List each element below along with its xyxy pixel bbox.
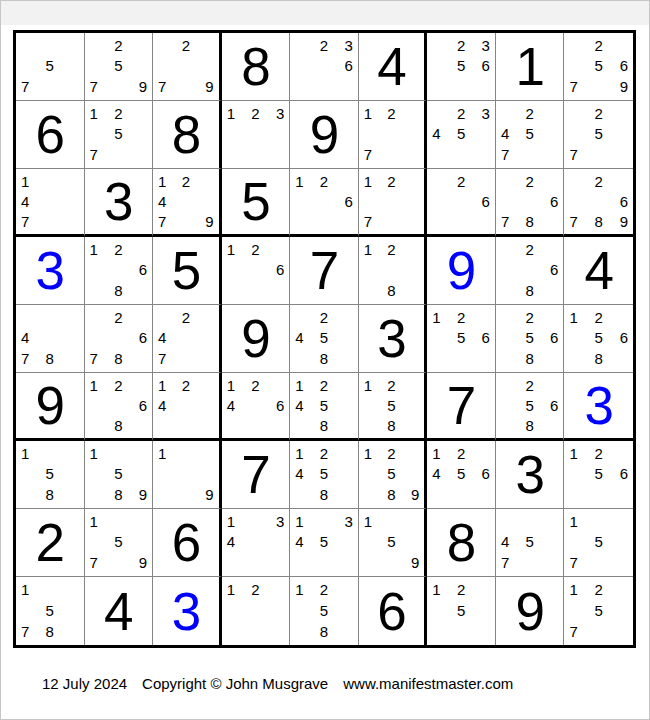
given-digit: 4 <box>104 585 132 638</box>
empty-candidate-slot <box>608 103 628 124</box>
candidate-5: 5 <box>109 124 128 145</box>
empty-candidate-slot <box>539 211 558 231</box>
empty-candidate-slot <box>401 443 420 464</box>
candidate-4: 4 <box>501 532 520 553</box>
cell-r4c3[interactable]: 5 <box>153 237 222 305</box>
empty-candidate-slot <box>364 484 383 505</box>
cell-r7c9[interactable]: 1256 <box>564 441 633 509</box>
given-digit: 8 <box>172 108 200 161</box>
empty-candidate-slot <box>21 307 40 328</box>
empty-candidate-slot <box>295 76 314 97</box>
cell-r3c9[interactable]: 26789 <box>564 169 633 237</box>
empty-candidate-slot <box>177 191 196 211</box>
cell-r2c3[interactable]: 8 <box>153 101 222 169</box>
empty-candidate-slot <box>520 511 539 532</box>
candidate-5: 5 <box>589 56 609 77</box>
candidate-4: 4 <box>158 328 177 349</box>
empty-candidate-slot <box>109 552 128 573</box>
candidate-2: 2 <box>520 239 539 260</box>
pencil-marks: 26789 <box>564 169 633 234</box>
cell-r9c7[interactable]: 125 <box>427 577 496 645</box>
empty-candidate-slot <box>227 144 246 165</box>
candidate-4: 4 <box>158 191 177 211</box>
candidate-6: 6 <box>539 260 558 281</box>
cell-r5c2[interactable]: 2678 <box>85 305 154 373</box>
cell-r7c2[interactable]: 1589 <box>85 441 154 509</box>
cell-r7c8[interactable]: 3 <box>496 441 565 509</box>
cell-r4c6[interactable]: 128 <box>359 237 428 305</box>
cell-r5c9[interactable]: 12568 <box>564 305 633 373</box>
empty-candidate-slot <box>501 171 520 191</box>
empty-candidate-slot <box>177 211 196 231</box>
cell-r1c1[interactable]: 57 <box>16 33 85 101</box>
candidate-2: 2 <box>520 307 539 328</box>
cell-r8c3[interactable]: 6 <box>153 509 222 577</box>
empty-candidate-slot <box>334 328 353 349</box>
empty-candidate-slot <box>471 144 490 165</box>
empty-candidate-slot <box>364 280 383 301</box>
empty-candidate-slot <box>608 484 628 505</box>
cell-r5c7[interactable]: 1256 <box>427 305 496 373</box>
cell-r7c3[interactable]: 19 <box>153 441 222 509</box>
cell-r9c3[interactable]: 3 <box>153 577 222 645</box>
empty-candidate-slot <box>501 375 520 395</box>
empty-candidate-slot <box>195 375 214 395</box>
empty-candidate-slot <box>432 348 451 369</box>
empty-candidate-slot <box>177 76 196 97</box>
cell-r9c9[interactable]: 1257 <box>564 577 633 645</box>
empty-candidate-slot <box>520 260 539 281</box>
candidate-1: 1 <box>21 171 40 191</box>
empty-candidate-slot <box>471 348 490 369</box>
candidate-5: 5 <box>314 600 333 621</box>
cell-r6c2[interactable]: 1268 <box>85 373 154 441</box>
empty-candidate-slot <box>59 328 78 349</box>
candidate-8: 8 <box>40 621 59 642</box>
cell-r2c4[interactable]: 123 <box>222 101 291 169</box>
candidate-9: 9 <box>195 211 214 231</box>
empty-candidate-slot <box>501 348 520 369</box>
empty-candidate-slot <box>158 484 177 505</box>
candidate-2: 2 <box>314 35 333 56</box>
empty-candidate-slot <box>295 484 314 505</box>
empty-candidate-slot <box>59 443 78 464</box>
cell-r4c1[interactable]: 3 <box>16 237 85 305</box>
candidate-7: 7 <box>569 621 589 642</box>
cell-r3c2[interactable]: 3 <box>85 169 154 237</box>
candidate-1: 1 <box>364 103 383 124</box>
given-digit: 9 <box>36 379 64 432</box>
cell-r7c5[interactable]: 12458 <box>290 441 359 509</box>
cell-r1c9[interactable]: 25679 <box>564 33 633 101</box>
footer: 12 July 2024 Copyright © John Musgrave w… <box>42 675 513 693</box>
empty-candidate-slot <box>401 211 420 231</box>
pencil-marks: 2457 <box>496 101 564 168</box>
empty-candidate-slot <box>608 144 628 165</box>
top-strip <box>1 1 649 25</box>
candidate-5: 5 <box>40 600 59 621</box>
cell-r1c8[interactable]: 1 <box>496 33 565 101</box>
cell-r6c1[interactable]: 9 <box>16 373 85 441</box>
cell-r6c5[interactable]: 12458 <box>290 373 359 441</box>
empty-candidate-slot <box>265 144 284 165</box>
candidate-5: 5 <box>314 328 333 349</box>
empty-candidate-slot <box>589 191 609 211</box>
empty-candidate-slot <box>334 415 353 435</box>
candidate-4: 4 <box>21 328 40 349</box>
cell-r5c8[interactable]: 2568 <box>496 305 565 373</box>
pencil-marks: 158 <box>16 441 84 508</box>
cell-r7c7[interactable]: 12456 <box>427 441 496 509</box>
candidate-5: 5 <box>452 328 471 349</box>
candidate-2: 2 <box>177 375 196 395</box>
empty-candidate-slot <box>314 76 333 97</box>
empty-candidate-slot <box>364 464 383 485</box>
cell-r2c8[interactable]: 2457 <box>496 101 565 169</box>
empty-candidate-slot <box>227 415 246 435</box>
pencil-marks: 1258 <box>290 577 358 645</box>
cell-r7c4[interactable]: 7 <box>222 441 291 509</box>
empty-candidate-slot <box>569 328 589 349</box>
empty-candidate-slot <box>569 103 589 124</box>
empty-candidate-slot <box>21 464 40 485</box>
cell-r5c6[interactable]: 3 <box>359 305 428 373</box>
candidate-1: 1 <box>227 103 246 124</box>
candidate-5: 5 <box>589 124 609 145</box>
cell-r9c5[interactable]: 1258 <box>290 577 359 645</box>
cell-r1c2[interactable]: 2579 <box>85 33 154 101</box>
candidate-6: 6 <box>265 395 284 415</box>
given-digit: 1 <box>515 40 543 93</box>
candidate-1: 1 <box>364 375 383 395</box>
cell-r4c4[interactable]: 126 <box>222 237 291 305</box>
pencil-marks: 268 <box>496 237 564 304</box>
empty-candidate-slot <box>90 260 109 281</box>
cell-r8c1[interactable]: 2 <box>16 509 85 577</box>
empty-candidate-slot <box>109 76 128 97</box>
cell-r9c1[interactable]: 1578 <box>16 577 85 645</box>
empty-candidate-slot <box>59 307 78 328</box>
cell-r6c8[interactable]: 2568 <box>496 373 565 441</box>
empty-candidate-slot <box>59 464 78 485</box>
cell-r1c7[interactable]: 2356 <box>427 33 496 101</box>
pencil-marks: 1345 <box>290 509 358 576</box>
given-digit: 5 <box>241 175 269 228</box>
cell-r5c4[interactable]: 9 <box>222 305 291 373</box>
cell-r4c5[interactable]: 7 <box>290 237 359 305</box>
empty-candidate-slot <box>501 511 520 532</box>
candidate-2: 2 <box>589 443 609 464</box>
pencil-marks: 159 <box>359 509 425 576</box>
given-digit: 5 <box>172 244 200 297</box>
empty-candidate-slot <box>401 239 420 260</box>
empty-candidate-slot <box>520 144 539 165</box>
empty-candidate-slot <box>539 552 558 573</box>
pencil-marks: 1589 <box>85 441 153 508</box>
pencil-marks: 2345 <box>427 101 495 168</box>
cell-r1c3[interactable]: 279 <box>153 33 222 101</box>
pencil-marks: 1578 <box>16 577 84 645</box>
empty-candidate-slot <box>364 415 383 435</box>
candidate-5: 5 <box>40 56 59 77</box>
candidate-1: 1 <box>227 511 246 532</box>
candidate-6: 6 <box>608 464 628 485</box>
cell-r2c7[interactable]: 2345 <box>427 101 496 169</box>
empty-candidate-slot <box>40 443 59 464</box>
pencil-marks: 236 <box>290 33 358 100</box>
cell-r5c5[interactable]: 2458 <box>290 305 359 373</box>
cell-r3c6[interactable]: 127 <box>359 169 428 237</box>
candidate-7: 7 <box>158 211 177 231</box>
pencil-marks: 147 <box>16 169 84 234</box>
empty-candidate-slot <box>246 621 265 642</box>
pencil-marks: 19 <box>153 441 219 508</box>
candidate-5: 5 <box>452 124 471 145</box>
empty-candidate-slot <box>21 600 40 621</box>
pencil-marks: 12479 <box>153 169 219 234</box>
empty-candidate-slot <box>569 191 589 211</box>
cell-r5c3[interactable]: 247 <box>153 305 222 373</box>
pencil-marks: 12458 <box>290 441 358 508</box>
candidate-2: 2 <box>452 103 471 124</box>
candidate-5: 5 <box>314 532 333 553</box>
candidate-2: 2 <box>452 443 471 464</box>
pencil-marks: 1268 <box>85 237 153 304</box>
cell-r6c7[interactable]: 7 <box>427 373 496 441</box>
cell-r4c8[interactable]: 268 <box>496 237 565 305</box>
empty-candidate-slot <box>382 260 401 281</box>
candidate-5: 5 <box>452 600 471 621</box>
candidate-9: 9 <box>128 76 147 97</box>
empty-candidate-slot <box>128 375 147 395</box>
candidate-5: 5 <box>520 532 539 553</box>
candidate-1: 1 <box>364 443 383 464</box>
empty-candidate-slot <box>177 328 196 349</box>
empty-candidate-slot <box>295 552 314 573</box>
cell-r9c4[interactable]: 12 <box>222 577 291 645</box>
empty-candidate-slot <box>501 280 520 301</box>
empty-candidate-slot <box>109 328 128 349</box>
empty-candidate-slot <box>246 144 265 165</box>
pencil-marks: 2678 <box>85 305 153 372</box>
cell-r3c7[interactable]: 26 <box>427 169 496 237</box>
empty-candidate-slot <box>364 191 383 211</box>
cell-r1c5[interactable]: 236 <box>290 33 359 101</box>
candidate-2: 2 <box>382 375 401 395</box>
candidate-2: 2 <box>382 443 401 464</box>
empty-candidate-slot <box>128 307 147 328</box>
cell-r1c6[interactable]: 4 <box>359 33 428 101</box>
candidate-6: 6 <box>334 191 353 211</box>
empty-candidate-slot <box>295 600 314 621</box>
cell-r2c2[interactable]: 1257 <box>85 101 154 169</box>
empty-candidate-slot <box>382 552 401 573</box>
given-digit: 3 <box>104 175 132 228</box>
cell-r2c5[interactable]: 9 <box>290 101 359 169</box>
empty-candidate-slot <box>501 103 520 124</box>
cell-r9c6[interactable]: 6 <box>359 577 428 645</box>
empty-candidate-slot <box>128 415 147 435</box>
cell-r4c9[interactable]: 4 <box>564 237 633 305</box>
empty-candidate-slot <box>295 211 314 231</box>
empty-candidate-slot <box>452 621 471 642</box>
cell-r2c1[interactable]: 6 <box>16 101 85 169</box>
empty-candidate-slot <box>177 443 196 464</box>
cell-r8c5[interactable]: 1345 <box>290 509 359 577</box>
candidate-1: 1 <box>569 307 589 328</box>
empty-candidate-slot <box>90 280 109 301</box>
empty-candidate-slot <box>246 552 265 573</box>
candidate-1: 1 <box>432 443 451 464</box>
cell-r7c1[interactable]: 158 <box>16 441 85 509</box>
candidate-2: 2 <box>452 307 471 328</box>
candidate-7: 7 <box>501 552 520 573</box>
empty-candidate-slot <box>471 600 490 621</box>
empty-candidate-slot <box>246 415 265 435</box>
candidate-8: 8 <box>314 415 333 435</box>
pencil-marks: 12 <box>222 577 290 645</box>
empty-candidate-slot <box>539 144 558 165</box>
candidate-5: 5 <box>40 464 59 485</box>
empty-candidate-slot <box>520 191 539 211</box>
empty-candidate-slot <box>608 35 628 56</box>
cell-r6c9[interactable]: 3 <box>564 373 633 441</box>
candidate-9: 9 <box>128 552 147 573</box>
cell-r8c8[interactable]: 457 <box>496 509 565 577</box>
empty-candidate-slot <box>40 328 59 349</box>
empty-candidate-slot <box>59 621 78 642</box>
cell-r4c7[interactable]: 9 <box>427 237 496 305</box>
pencil-marks: 257 <box>564 101 633 168</box>
candidate-1: 1 <box>295 579 314 600</box>
candidate-9: 9 <box>608 211 628 231</box>
given-digit: 7 <box>447 379 475 432</box>
cell-r9c2[interactable]: 4 <box>85 577 154 645</box>
cell-r3c3[interactable]: 12479 <box>153 169 222 237</box>
candidate-2: 2 <box>452 171 471 191</box>
empty-candidate-slot <box>21 56 40 77</box>
empty-candidate-slot <box>227 600 246 621</box>
empty-candidate-slot <box>432 144 451 165</box>
candidate-6: 6 <box>128 328 147 349</box>
empty-candidate-slot <box>227 621 246 642</box>
empty-candidate-slot <box>432 103 451 124</box>
given-digit: 4 <box>377 40 405 93</box>
candidate-8: 8 <box>109 415 128 435</box>
candidate-8: 8 <box>40 348 59 369</box>
cell-r9c8[interactable]: 9 <box>496 577 565 645</box>
candidate-1: 1 <box>295 443 314 464</box>
cell-r4c2[interactable]: 1268 <box>85 237 154 305</box>
cell-r8c6[interactable]: 159 <box>359 509 428 577</box>
cell-r3c4[interactable]: 5 <box>222 169 291 237</box>
candidate-5: 5 <box>589 600 609 621</box>
empty-candidate-slot <box>471 579 490 600</box>
candidate-4: 4 <box>432 464 451 485</box>
candidate-6: 6 <box>265 260 284 281</box>
empty-candidate-slot <box>246 124 265 145</box>
candidate-1: 1 <box>364 171 383 191</box>
empty-candidate-slot <box>501 328 520 349</box>
empty-candidate-slot <box>109 144 128 165</box>
empty-candidate-slot <box>314 511 333 532</box>
empty-candidate-slot <box>90 395 109 415</box>
cell-r3c8[interactable]: 2678 <box>496 169 565 237</box>
empty-candidate-slot <box>382 511 401 532</box>
empty-candidate-slot <box>539 280 558 301</box>
cell-r3c5[interactable]: 126 <box>290 169 359 237</box>
candidate-6: 6 <box>128 395 147 415</box>
empty-candidate-slot <box>364 552 383 573</box>
candidate-2: 2 <box>177 35 196 56</box>
empty-candidate-slot <box>589 484 609 505</box>
empty-candidate-slot <box>40 579 59 600</box>
pencil-marks: 25679 <box>564 33 633 100</box>
empty-candidate-slot <box>589 621 609 642</box>
empty-candidate-slot <box>195 395 214 415</box>
empty-candidate-slot <box>432 56 451 77</box>
candidate-8: 8 <box>589 211 609 231</box>
cell-r8c4[interactable]: 134 <box>222 509 291 577</box>
empty-candidate-slot <box>432 211 451 231</box>
empty-candidate-slot <box>59 76 78 97</box>
pencil-marks: 128 <box>359 237 425 304</box>
cell-r6c4[interactable]: 1246 <box>222 373 291 441</box>
empty-candidate-slot <box>90 307 109 328</box>
empty-candidate-slot <box>195 464 214 485</box>
empty-candidate-slot <box>265 621 284 642</box>
empty-candidate-slot <box>177 348 196 369</box>
empty-candidate-slot <box>109 260 128 281</box>
candidate-3: 3 <box>265 511 284 532</box>
empty-candidate-slot <box>128 56 147 77</box>
empty-candidate-slot <box>471 621 490 642</box>
cell-r3c1[interactable]: 147 <box>16 169 85 237</box>
cell-r8c2[interactable]: 1579 <box>85 509 154 577</box>
candidate-8: 8 <box>40 484 59 505</box>
empty-candidate-slot <box>569 124 589 145</box>
cell-r7c6[interactable]: 12589 <box>359 441 428 509</box>
cell-r1c4[interactable]: 8 <box>222 33 291 101</box>
cell-r2c6[interactable]: 127 <box>359 101 428 169</box>
candidate-5: 5 <box>314 464 333 485</box>
empty-candidate-slot <box>569 484 589 505</box>
empty-candidate-slot <box>59 56 78 77</box>
cell-r8c7[interactable]: 8 <box>427 509 496 577</box>
candidate-1: 1 <box>295 171 314 191</box>
candidate-2: 2 <box>314 171 333 191</box>
cell-r8c9[interactable]: 157 <box>564 509 633 577</box>
candidate-2: 2 <box>314 375 333 395</box>
empty-candidate-slot <box>501 307 520 328</box>
cell-r2c9[interactable]: 257 <box>564 101 633 169</box>
candidate-7: 7 <box>364 144 383 165</box>
candidate-6: 6 <box>471 56 490 77</box>
candidate-3: 3 <box>471 35 490 56</box>
cell-r6c6[interactable]: 1258 <box>359 373 428 441</box>
empty-candidate-slot <box>401 511 420 532</box>
given-digit: 6 <box>377 585 405 638</box>
empty-candidate-slot <box>539 307 558 328</box>
empty-candidate-slot <box>295 307 314 328</box>
empty-candidate-slot <box>265 124 284 145</box>
empty-candidate-slot <box>539 532 558 553</box>
cell-r6c3[interactable]: 124 <box>153 373 222 441</box>
cell-r5c1[interactable]: 478 <box>16 305 85 373</box>
candidate-4: 4 <box>227 532 246 553</box>
empty-candidate-slot <box>334 579 353 600</box>
empty-candidate-slot <box>569 56 589 77</box>
